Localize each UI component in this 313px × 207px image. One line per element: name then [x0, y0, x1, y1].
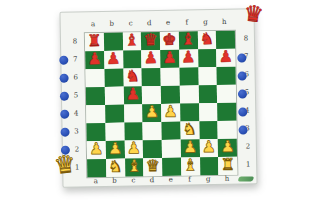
yellow-pawn-d4[interactable]: ♟ — [145, 104, 160, 120]
red-pawn-b7[interactable]: ♟ — [106, 51, 121, 67]
blue-marker-left-3 — [60, 92, 69, 101]
yellow-pawn-c2[interactable]: ♟ — [126, 140, 141, 156]
spare-red-queen-piece[interactable]: ♛ — [242, 2, 264, 26]
blue-marker-right-1 — [237, 53, 246, 62]
square-g8[interactable]: ♞ — [197, 31, 216, 49]
rank-label-left-6: 6 — [70, 68, 80, 86]
square-b4[interactable] — [105, 105, 124, 123]
blue-marker-left-6 — [61, 146, 70, 155]
square-c5[interactable]: ♟ — [123, 86, 142, 104]
rank-label-left-3: 3 — [71, 122, 81, 140]
square-d3[interactable] — [143, 122, 162, 140]
square-f7[interactable]: ♟ — [179, 49, 198, 67]
file-label-top-h: h — [215, 16, 234, 28]
rank-label-right-8: 8 — [241, 29, 251, 47]
file-label-bottom-g: g — [199, 173, 218, 185]
square-g6[interactable] — [198, 67, 217, 85]
red-pawn-h7[interactable]: ♟ — [219, 49, 234, 65]
file-label-bottom-a: a — [86, 175, 105, 187]
rank-label-left-8: 8 — [70, 32, 80, 50]
file-label-bottom-b: b — [105, 175, 124, 187]
rank-labels-right: 87654321 — [241, 29, 254, 173]
yellow-pawn-g2[interactable]: ♟ — [201, 139, 216, 155]
spare-yellow-queen-piece[interactable]: ♛ — [53, 151, 77, 177]
square-e2[interactable] — [162, 140, 181, 158]
red-pawn-a7[interactable]: ♟ — [87, 51, 102, 67]
red-bishop-c8[interactable]: ♝ — [125, 32, 140, 48]
rank-label-right-2: 2 — [243, 137, 253, 155]
file-label-bottom-d: d — [143, 174, 162, 186]
demo-chess-board-photo: abcdefgh 87654321 ♜♝♛♚♝♞♟♟♟♟♟♟♞♟♟♟♞♟♟♟♟♟… — [0, 0, 313, 207]
logo-mark — [238, 176, 255, 181]
file-label-bottom-f: f — [180, 173, 199, 185]
square-a5[interactable] — [86, 87, 105, 105]
blue-marker-right-5 — [238, 125, 247, 134]
yellow-pawn-b2[interactable]: ♟ — [108, 141, 123, 157]
square-h4[interactable] — [217, 103, 236, 121]
square-a7[interactable]: ♟ — [85, 51, 104, 69]
square-e4[interactable]: ♟ — [161, 104, 180, 122]
square-f5[interactable] — [180, 85, 199, 103]
file-label-top-e: e — [159, 17, 178, 29]
square-h7[interactable]: ♟ — [216, 49, 235, 67]
square-f6[interactable] — [179, 67, 198, 85]
square-h5[interactable] — [217, 85, 236, 103]
yellow-rook-h1[interactable]: ♜ — [220, 157, 235, 173]
square-c4[interactable] — [124, 104, 143, 122]
yellow-pawn-f2[interactable]: ♟ — [183, 139, 198, 155]
rank-label-right-1: 1 — [243, 155, 253, 173]
square-a2[interactable]: ♟ — [87, 141, 106, 159]
rank-label-left-7: 7 — [70, 50, 80, 68]
red-king-e8[interactable]: ♚ — [162, 32, 177, 48]
red-rook-a8[interactable]: ♜ — [87, 33, 102, 49]
square-a4[interactable] — [86, 105, 105, 123]
file-label-bottom-h: h — [218, 173, 237, 185]
blue-marker-right-4 — [238, 107, 247, 116]
square-g5[interactable] — [198, 85, 217, 103]
file-label-top-a: a — [84, 18, 103, 30]
square-b6[interactable] — [104, 69, 123, 87]
square-g7[interactable] — [198, 49, 217, 67]
square-e7[interactable]: ♟ — [160, 50, 179, 68]
square-d4[interactable]: ♟ — [142, 104, 161, 122]
yellow-knight-b1[interactable]: ♞ — [108, 159, 123, 175]
square-b7[interactable]: ♟ — [104, 51, 123, 69]
yellow-pawn-a2[interactable]: ♟ — [89, 141, 104, 157]
yellow-knight-f3[interactable]: ♞ — [182, 121, 197, 137]
square-a6[interactable] — [85, 69, 104, 87]
red-pawn-e7[interactable]: ♟ — [162, 50, 177, 66]
chess-board[interactable]: ♜♝♛♚♝♞♟♟♟♟♟♟♞♟♟♟♞♟♟♟♟♟♟♞♝♛♝♜ — [84, 30, 239, 179]
blue-marker-left-2 — [60, 74, 69, 83]
file-label-bottom-c: c — [124, 174, 143, 186]
square-g2[interactable]: ♟ — [199, 139, 218, 157]
file-label-bottom-e: e — [161, 174, 180, 186]
red-pawn-f7[interactable]: ♟ — [181, 49, 196, 65]
rank-label-left-5: 5 — [71, 86, 81, 104]
file-label-top-b: b — [102, 18, 121, 30]
red-knight-g8[interactable]: ♞ — [200, 31, 215, 47]
blue-marker-left-1 — [59, 56, 68, 65]
square-e6[interactable] — [160, 68, 179, 86]
square-d7[interactable]: ♟ — [141, 50, 160, 68]
square-c8[interactable]: ♝ — [122, 32, 141, 50]
square-d6[interactable] — [142, 68, 161, 86]
blue-marker-left-4 — [60, 110, 69, 119]
square-e3[interactable] — [161, 122, 180, 140]
square-h6[interactable] — [217, 67, 236, 85]
yellow-queen-d1[interactable]: ♛ — [146, 158, 161, 174]
yellow-pawn-h2[interactable]: ♟ — [220, 139, 235, 155]
blue-marker-right-3 — [238, 89, 247, 98]
file-labels-bottom: abcdefgh — [86, 173, 236, 188]
red-pawn-d7[interactable]: ♟ — [144, 50, 159, 66]
yellow-bishop-c1[interactable]: ♝ — [127, 158, 142, 174]
yellow-pawn-e4[interactable]: ♟ — [163, 104, 178, 120]
blue-marker-right-2 — [238, 71, 247, 80]
file-label-top-d: d — [140, 17, 159, 29]
blue-marker-left-5 — [61, 128, 70, 137]
file-label-top-f: f — [177, 16, 196, 28]
yellow-bishop-f1[interactable]: ♝ — [183, 157, 198, 173]
red-queen-d8[interactable]: ♛ — [143, 32, 158, 48]
red-bishop-f8[interactable]: ♝ — [181, 31, 196, 47]
rank-label-left-4: 4 — [71, 104, 81, 122]
red-pawn-c5[interactable]: ♟ — [125, 86, 140, 102]
file-label-top-c: c — [121, 17, 140, 29]
board-frame: abcdefgh 87654321 ♜♝♛♚♝♞♟♟♟♟♟♟♞♟♟♟♞♟♟♟♟♟… — [59, 8, 257, 187]
square-g4[interactable] — [199, 103, 218, 121]
square-b5[interactable] — [105, 87, 124, 105]
red-knight-c6[interactable]: ♞ — [125, 68, 140, 84]
file-label-top-g: g — [196, 16, 215, 28]
